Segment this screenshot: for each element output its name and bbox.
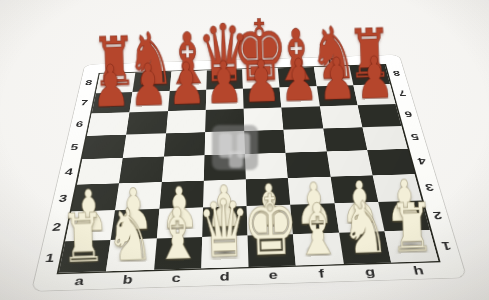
square-h7[interactable]: ♟ bbox=[353, 84, 395, 105]
piece-white-bishop[interactable]: ♝ bbox=[293, 203, 342, 257]
piece-white-bishop[interactable]: ♝ bbox=[152, 207, 201, 261]
square-a7[interactable]: ♟ bbox=[91, 92, 132, 114]
square-g7[interactable]: ♟ bbox=[316, 85, 357, 106]
square-h5[interactable] bbox=[362, 126, 408, 150]
square-f6[interactable] bbox=[281, 106, 322, 129]
piece-red-pawn[interactable]: ♟ bbox=[317, 57, 357, 101]
piece-red-pawn[interactable]: ♟ bbox=[241, 59, 281, 103]
square-c5[interactable] bbox=[163, 132, 204, 157]
square-b7[interactable]: ♟ bbox=[129, 91, 169, 113]
square-f7[interactable]: ♟ bbox=[279, 86, 319, 108]
square-d1[interactable]: ♛ bbox=[201, 235, 248, 268]
square-b5[interactable] bbox=[122, 133, 165, 158]
piece-white-knight[interactable]: ♞ bbox=[340, 200, 389, 255]
piece-white-knight[interactable]: ♞ bbox=[105, 207, 154, 262]
piece-red-pawn[interactable]: ♟ bbox=[166, 61, 206, 105]
piece-red-pawn[interactable]: ♟ bbox=[204, 60, 244, 104]
square-c1[interactable]: ♝ bbox=[153, 237, 201, 270]
photo-scene: abcdefgh abcdefgh 87654321 87654321 ♜♞♝♛… bbox=[0, 0, 489, 300]
square-f1[interactable]: ♝ bbox=[293, 232, 343, 265]
chess-board: abcdefgh abcdefgh 87654321 87654321 ♜♞♝♛… bbox=[32, 55, 466, 291]
square-e7[interactable]: ♟ bbox=[242, 87, 281, 109]
square-a1[interactable]: ♜ bbox=[58, 240, 110, 273]
piece-red-pawn[interactable]: ♟ bbox=[279, 58, 319, 102]
square-d7[interactable]: ♟ bbox=[205, 88, 243, 110]
square-b1[interactable]: ♞ bbox=[106, 238, 156, 271]
square-g1[interactable]: ♞ bbox=[338, 231, 390, 264]
square-e1[interactable]: ♚ bbox=[247, 234, 295, 267]
piece-white-rook[interactable]: ♜ bbox=[388, 202, 434, 254]
square-g5[interactable] bbox=[322, 127, 366, 152]
square-c7[interactable]: ♟ bbox=[167, 90, 206, 112]
piece-white-queen[interactable]: ♛ bbox=[196, 199, 251, 260]
stock-photo-watermark-icon bbox=[212, 125, 258, 170]
square-b6[interactable] bbox=[126, 111, 167, 134]
piece-white-rook[interactable]: ♜ bbox=[60, 213, 106, 265]
square-f5[interactable] bbox=[283, 128, 326, 153]
piece-red-pawn[interactable]: ♟ bbox=[91, 64, 131, 108]
piece-red-pawn[interactable]: ♟ bbox=[128, 63, 168, 107]
square-h1[interactable]: ♜ bbox=[384, 230, 438, 263]
piece-red-pawn[interactable]: ♟ bbox=[354, 55, 394, 99]
square-a5[interactable] bbox=[82, 134, 126, 159]
